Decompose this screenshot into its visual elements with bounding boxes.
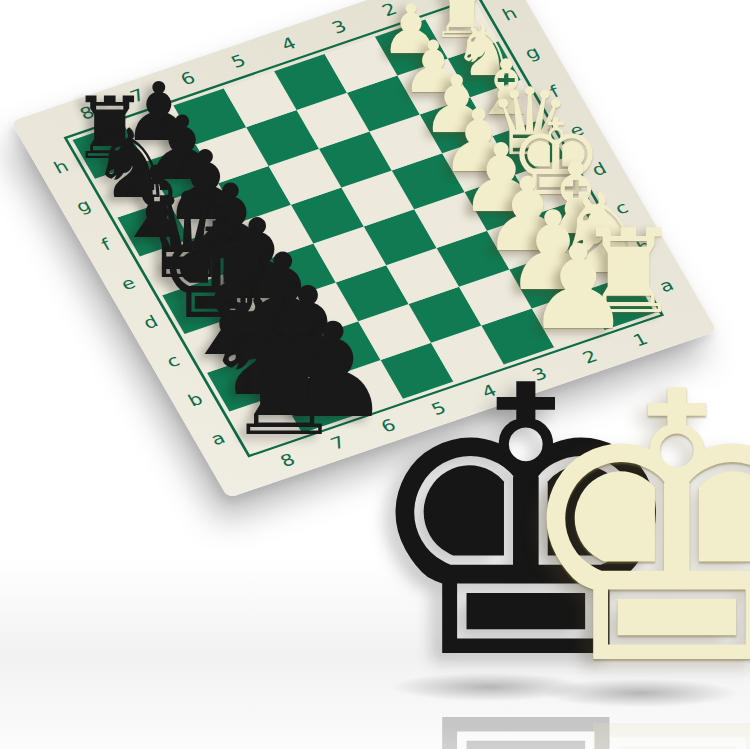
scene: aa88bb77cc66dd55ee44ff33gg22hh11 ♜♞♝♚♛♝♞… [0, 0, 750, 749]
white-king-figure: ♚ ♚ [510, 392, 750, 749]
white-king-glyph: ♚ [510, 392, 750, 670]
black-rook-a8: ♜ [224, 321, 308, 454]
